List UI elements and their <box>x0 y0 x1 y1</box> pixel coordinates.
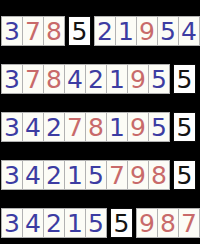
cell: 3 <box>1 16 23 46</box>
array-row: 342157985 <box>1 160 200 190</box>
cell: 7 <box>64 112 86 142</box>
cell: 3 <box>1 112 23 142</box>
cell: 8 <box>157 208 179 238</box>
cell: 4 <box>22 208 44 238</box>
cell: 8 <box>85 112 107 142</box>
cell: 1 <box>64 208 86 238</box>
quicksort-diagram: 3785219543784219553427819553421579853421… <box>0 0 200 244</box>
cell: 2 <box>43 160 65 190</box>
cell: 3 <box>1 160 23 190</box>
pivot-cell: 5 <box>68 16 91 46</box>
cell: 2 <box>85 64 107 94</box>
array-row: 378421955 <box>1 64 200 94</box>
array-row: 342155987 <box>1 208 200 238</box>
cell: 4 <box>22 112 44 142</box>
cell: 9 <box>127 64 149 94</box>
cell: 5 <box>85 160 107 190</box>
cell: 1 <box>64 160 86 190</box>
cell: 8 <box>43 64 65 94</box>
cell: 5 <box>148 112 170 142</box>
cell: 5 <box>85 208 107 238</box>
cell: 7 <box>106 160 128 190</box>
cell: 5 <box>157 16 179 46</box>
cell: 9 <box>127 112 149 142</box>
cell: 4 <box>178 16 200 46</box>
cell: 7 <box>22 64 44 94</box>
cell: 2 <box>94 16 116 46</box>
cell: 1 <box>115 16 137 46</box>
cell: 2 <box>43 208 65 238</box>
cell: 9 <box>136 16 158 46</box>
cell: 8 <box>43 16 65 46</box>
cell: 9 <box>136 208 158 238</box>
cell: 1 <box>106 64 128 94</box>
cell: 7 <box>22 16 44 46</box>
cell: 9 <box>127 160 149 190</box>
cell: 3 <box>1 64 23 94</box>
cell: 1 <box>106 112 128 142</box>
cell: 4 <box>22 160 44 190</box>
array-row: 378521954 <box>1 16 200 46</box>
cell: 5 <box>148 64 170 94</box>
cell: 8 <box>148 160 170 190</box>
array-row: 342781955 <box>1 112 200 142</box>
cell: 2 <box>43 112 65 142</box>
pivot-cell: 5 <box>110 208 133 238</box>
cell: 3 <box>1 208 23 238</box>
cell: 4 <box>64 64 86 94</box>
cell: 7 <box>178 208 200 238</box>
pivot-cell: 5 <box>173 160 196 190</box>
pivot-cell: 5 <box>173 112 196 142</box>
pivot-cell: 5 <box>173 64 196 94</box>
